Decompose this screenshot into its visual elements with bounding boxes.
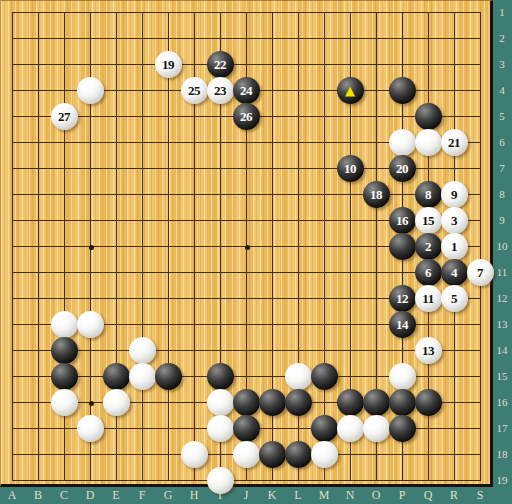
- stone-I3[interactable]: 22: [207, 51, 234, 78]
- stone-C13[interactable]: [51, 311, 78, 338]
- stone-G3[interactable]: 19: [155, 51, 182, 78]
- row-label-5: 5: [492, 109, 512, 123]
- column-label-K: K: [268, 487, 277, 504]
- stone-R11[interactable]: 4: [441, 259, 468, 286]
- stone-H18[interactable]: [181, 441, 208, 468]
- stone-J18[interactable]: [233, 441, 260, 468]
- column-label-L: L: [294, 487, 301, 504]
- move-number: 9: [451, 187, 457, 200]
- stone-C15[interactable]: [51, 363, 78, 390]
- go-board[interactable]: 1922252324▲27262110201889161532164712115…: [0, 0, 493, 487]
- stone-L15[interactable]: [285, 363, 312, 390]
- stone-I16[interactable]: [207, 389, 234, 416]
- stone-Q9[interactable]: 15: [415, 207, 442, 234]
- stone-R6[interactable]: 21: [441, 129, 468, 156]
- move-number: 1: [451, 239, 457, 252]
- row-label-18: 18: [492, 447, 512, 461]
- stone-R10[interactable]: 1: [441, 233, 468, 260]
- move-number: 15: [422, 213, 434, 226]
- move-number: 24: [240, 83, 252, 96]
- stone-H4[interactable]: 25: [181, 77, 208, 104]
- column-label-R: R: [450, 487, 458, 504]
- stone-J4[interactable]: 24: [233, 77, 260, 104]
- column-label-F: F: [139, 487, 146, 504]
- stone-N4[interactable]: ▲: [337, 77, 364, 104]
- column-label-S: S: [477, 487, 484, 504]
- row-label-12: 12: [492, 291, 512, 305]
- stone-K18[interactable]: [259, 441, 286, 468]
- move-number: 4: [451, 265, 457, 278]
- stone-M18[interactable]: [311, 441, 338, 468]
- column-label-P: P: [399, 487, 406, 504]
- stone-N7[interactable]: 10: [337, 155, 364, 182]
- stone-N16[interactable]: [337, 389, 364, 416]
- stone-R8[interactable]: 9: [441, 181, 468, 208]
- column-label-Q: Q: [424, 487, 433, 504]
- stone-Q16[interactable]: [415, 389, 442, 416]
- stone-P7[interactable]: 20: [389, 155, 416, 182]
- row-label-7: 7: [492, 161, 512, 175]
- stone-D4[interactable]: [77, 77, 104, 104]
- stone-S11[interactable]: 7: [467, 259, 494, 286]
- stone-J5[interactable]: 26: [233, 103, 260, 130]
- stone-N17[interactable]: [337, 415, 364, 442]
- move-number: 10: [344, 161, 356, 174]
- move-number: 2: [425, 239, 431, 252]
- row-label-10: 10: [492, 239, 512, 253]
- move-number: 7: [477, 265, 483, 278]
- stone-P9[interactable]: 16: [389, 207, 416, 234]
- stone-Q6[interactable]: [415, 129, 442, 156]
- move-number: 23: [214, 83, 226, 96]
- column-label-H: H: [190, 487, 199, 504]
- stone-P17[interactable]: [389, 415, 416, 442]
- column-label-E: E: [112, 487, 119, 504]
- stone-C16[interactable]: [51, 389, 78, 416]
- column-label-J: J: [244, 487, 249, 504]
- stone-C5[interactable]: 27: [51, 103, 78, 130]
- stone-C14[interactable]: [51, 337, 78, 364]
- stone-R12[interactable]: 5: [441, 285, 468, 312]
- column-label-G: G: [164, 487, 173, 504]
- move-number: 11: [422, 291, 433, 304]
- stone-Q10[interactable]: 2: [415, 233, 442, 260]
- move-number: 18: [370, 187, 382, 200]
- move-number: 22: [214, 57, 226, 70]
- stone-Q5[interactable]: [415, 103, 442, 130]
- stone-E15[interactable]: [103, 363, 130, 390]
- column-label-I: I: [218, 487, 222, 504]
- stone-L18[interactable]: [285, 441, 312, 468]
- stone-Q12[interactable]: 11: [415, 285, 442, 312]
- stone-P15[interactable]: [389, 363, 416, 390]
- move-number: 5: [451, 291, 457, 304]
- move-number: 20: [396, 161, 408, 174]
- stone-O17[interactable]: [363, 415, 390, 442]
- stone-F15[interactable]: [129, 363, 156, 390]
- row-label-2: 2: [492, 31, 512, 45]
- row-label-3: 3: [492, 57, 512, 71]
- row-label-15: 15: [492, 369, 512, 383]
- row-label-1: 1: [492, 5, 512, 19]
- move-number: 25: [188, 83, 200, 96]
- stone-P16[interactable]: [389, 389, 416, 416]
- stone-I15[interactable]: [207, 363, 234, 390]
- stone-Q8[interactable]: 8: [415, 181, 442, 208]
- row-label-14: 14: [492, 343, 512, 357]
- stone-E16[interactable]: [103, 389, 130, 416]
- column-label-C: C: [60, 487, 68, 504]
- stone-P6[interactable]: [389, 129, 416, 156]
- stone-Q14[interactable]: 13: [415, 337, 442, 364]
- stone-grid: 1922252324▲27262110201889161532164712115…: [0, 0, 493, 493]
- stone-I17[interactable]: [207, 415, 234, 442]
- row-label-6: 6: [492, 135, 512, 149]
- row-label-9: 9: [492, 213, 512, 227]
- row-label-13: 13: [492, 317, 512, 331]
- stone-M17[interactable]: [311, 415, 338, 442]
- row-label-16: 16: [492, 395, 512, 409]
- move-number: 3: [451, 213, 457, 226]
- move-number: 12: [396, 291, 408, 304]
- stone-F14[interactable]: [129, 337, 156, 364]
- row-label-8: 8: [492, 187, 512, 201]
- column-label-A: A: [8, 487, 17, 504]
- move-number: 19: [162, 57, 174, 70]
- stone-L16[interactable]: [285, 389, 312, 416]
- column-label-O: O: [372, 487, 381, 504]
- move-number: 26: [240, 109, 252, 122]
- stone-M15[interactable]: [311, 363, 338, 390]
- column-label-D: D: [86, 487, 95, 504]
- stone-P10[interactable]: [389, 233, 416, 260]
- stone-K16[interactable]: [259, 389, 286, 416]
- row-label-11: 11: [492, 265, 512, 279]
- stone-Q11[interactable]: 6: [415, 259, 442, 286]
- stone-P13[interactable]: 14: [389, 311, 416, 338]
- stone-D13[interactable]: [77, 311, 104, 338]
- triangle-mark-icon: ▲: [345, 84, 355, 97]
- stone-O8[interactable]: 18: [363, 181, 390, 208]
- move-number: 27: [58, 109, 70, 122]
- stone-J16[interactable]: [233, 389, 260, 416]
- stone-R9[interactable]: 3: [441, 207, 468, 234]
- row-label-19: 19: [492, 473, 512, 487]
- stone-I4[interactable]: 23: [207, 77, 234, 104]
- column-label-M: M: [319, 487, 330, 504]
- stone-O16[interactable]: [363, 389, 390, 416]
- stone-G15[interactable]: [155, 363, 182, 390]
- move-number: 13: [422, 343, 434, 356]
- stone-D17[interactable]: [77, 415, 104, 442]
- stone-P12[interactable]: 12: [389, 285, 416, 312]
- move-number: 8: [425, 187, 431, 200]
- move-number: 16: [396, 213, 408, 226]
- move-number: 14: [396, 317, 408, 330]
- column-label-N: N: [346, 487, 355, 504]
- column-label-B: B: [34, 487, 42, 504]
- stone-P4[interactable]: [389, 77, 416, 104]
- row-label-17: 17: [492, 421, 512, 435]
- row-label-4: 4: [492, 83, 512, 97]
- go-diagram-screen: 1922252324▲27262110201889161532164712115…: [0, 0, 512, 504]
- move-number: 6: [425, 265, 431, 278]
- move-number: 21: [448, 135, 460, 148]
- stone-J17[interactable]: [233, 415, 260, 442]
